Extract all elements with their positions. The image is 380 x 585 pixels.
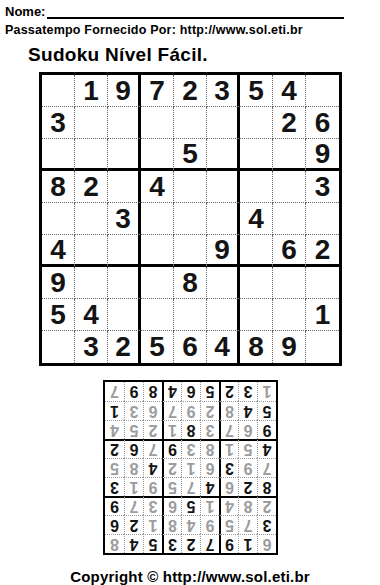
solution-cell-r3c5: 5 [181, 496, 200, 515]
puzzle-cell-r6c5[interactable] [174, 235, 207, 267]
puzzle-cell-r2c2[interactable] [75, 107, 108, 139]
solution-cell-r5c2: 9 [238, 458, 257, 477]
solution-cell-r7c4: 3 [200, 420, 219, 439]
puzzle-cell-r5c7[interactable]: 4 [240, 203, 273, 235]
solution-cell-r8c5: 9 [181, 401, 200, 420]
provided-by-text: Passatempo Fornecido Por: http://www.sol… [5, 23, 375, 37]
puzzle-cell-r1c1[interactable] [42, 75, 75, 107]
puzzle-cell-r3c9[interactable]: 9 [306, 139, 339, 171]
solution-cell-r4c6: 5 [162, 477, 181, 496]
solution-cell-r2c4: 9 [200, 515, 219, 534]
puzzle-cell-r3c6[interactable] [207, 139, 240, 171]
puzzle-cell-r6c1[interactable]: 4 [42, 235, 75, 267]
solution-cell-r1c1: 6 [257, 534, 276, 553]
solution-cell-r9c3: 2 [219, 382, 238, 401]
solution-cell-r4c1: 8 [257, 477, 276, 496]
puzzle-cell-r2c9[interactable]: 6 [306, 107, 339, 139]
solution-cell-r7c9: 4 [105, 420, 124, 439]
puzzle-cell-r8c4[interactable] [141, 299, 174, 331]
puzzle-cell-r6c4[interactable] [141, 235, 174, 267]
solution-cell-r7c1: 9 [257, 420, 276, 439]
puzzle-cell-r5c4[interactable] [141, 203, 174, 235]
solution-cell-r7c3: 7 [219, 420, 238, 439]
puzzle-cell-r4c8[interactable] [273, 171, 306, 203]
solution-cell-r2c5: 4 [181, 515, 200, 534]
puzzle-cell-r1c2[interactable]: 1 [75, 75, 108, 107]
puzzle-cell-r3c1[interactable] [42, 139, 75, 171]
puzzle-grid: 1972354326598243344962985413256489 [39, 72, 342, 366]
solution-cell-r7c2: 6 [238, 420, 257, 439]
puzzle-cell-r9c9[interactable] [306, 331, 339, 363]
puzzle-cell-r1c5[interactable]: 2 [174, 75, 207, 107]
puzzle-cell-r1c8[interactable]: 4 [273, 75, 306, 107]
puzzle-cell-r4c3[interactable] [108, 171, 141, 203]
puzzle-cell-r2c5[interactable] [174, 107, 207, 139]
solution-cell-r8c2: 4 [238, 401, 257, 420]
solution-cell-r2c3: 5 [219, 515, 238, 534]
solution-cell-r9c6: 4 [162, 382, 181, 401]
solution-cell-r9c5: 6 [181, 382, 200, 401]
solution-cell-r9c7: 8 [143, 382, 162, 401]
puzzle-cell-r4c1[interactable]: 8 [42, 171, 75, 203]
puzzle-cell-r6c7[interactable] [240, 235, 273, 267]
solution-cell-r5c9: 5 [105, 458, 124, 477]
puzzle-cell-r8c2[interactable]: 4 [75, 299, 108, 331]
solution-cell-r7c5: 8 [181, 420, 200, 439]
solution-cell-r1c6: 3 [162, 534, 181, 553]
puzzle-cell-r9c2[interactable]: 3 [75, 331, 108, 363]
puzzle-cell-r5c8[interactable] [273, 203, 306, 235]
solution-cell-r1c4: 7 [200, 534, 219, 553]
solution-cell-r3c8: 7 [124, 496, 143, 515]
solution-cell-r5c7: 4 [143, 458, 162, 477]
puzzle-cell-r6c9[interactable]: 2 [306, 235, 339, 267]
puzzle-cell-r1c4[interactable]: 7 [141, 75, 174, 107]
puzzle-cell-r7c4[interactable] [141, 267, 174, 299]
puzzle-cell-r9c1[interactable] [42, 331, 75, 363]
solution-cell-r1c9: 8 [105, 534, 124, 553]
puzzle-cell-r9c7[interactable]: 8 [240, 331, 273, 363]
solution-cell-r7c8: 5 [124, 420, 143, 439]
puzzle-cell-r5c5[interactable] [174, 203, 207, 235]
solution-cell-r9c1: 1 [257, 382, 276, 401]
solution-cell-r5c1: 7 [257, 458, 276, 477]
solution-cell-r8c3: 8 [219, 401, 238, 420]
solution-cell-r9c4: 5 [200, 382, 219, 401]
puzzle-cell-r4c5[interactable] [174, 171, 207, 203]
solution-cell-r1c7: 5 [143, 534, 162, 553]
solution-cell-r1c3: 9 [219, 534, 238, 553]
solution-cell-r2c9: 6 [105, 515, 124, 534]
puzzle-cell-r5c2[interactable] [75, 203, 108, 235]
solution-cell-r9c2: 3 [238, 382, 257, 401]
solution-cell-r4c2: 2 [238, 477, 257, 496]
solution-cell-r8c1: 5 [257, 401, 276, 420]
puzzle-cell-r7c2[interactable] [75, 267, 108, 299]
puzzle-cell-r2c4[interactable] [141, 107, 174, 139]
solution-cell-r4c9: 3 [105, 477, 124, 496]
puzzle-cell-r5c6[interactable] [207, 203, 240, 235]
solution-cell-r8c9: 1 [105, 401, 124, 420]
solution-cell-r8c4: 2 [200, 401, 219, 420]
puzzle-cell-r5c9[interactable] [306, 203, 339, 235]
puzzle-cell-r1c3[interactable]: 9 [108, 75, 141, 107]
puzzle-cell-r4c9[interactable]: 3 [306, 171, 339, 203]
puzzle-cell-r3c7[interactable] [240, 139, 273, 171]
puzzle-cell-r7c8[interactable] [273, 267, 306, 299]
solution-cell-r6c1: 4 [257, 439, 276, 458]
solution-grid: 6197235483759481262841563798264759137936… [103, 380, 278, 555]
puzzle-cell-r3c3[interactable] [108, 139, 141, 171]
solution-cell-r6c6: 9 [162, 439, 181, 458]
solution-cell-r1c8: 4 [124, 534, 143, 553]
puzzle-cell-r8c9[interactable]: 1 [306, 299, 339, 331]
puzzle-cell-r3c2[interactable] [75, 139, 108, 171]
page-title: Sudoku Nível Fácil. [28, 44, 375, 66]
puzzle-cell-r6c8[interactable]: 6 [273, 235, 306, 267]
solution-cell-r6c8: 6 [124, 439, 143, 458]
puzzle-cell-r9c4[interactable]: 5 [141, 331, 174, 363]
solution-cell-r6c9: 2 [105, 439, 124, 458]
name-blank-line [47, 4, 344, 19]
solution-cell-r5c3: 3 [219, 458, 238, 477]
puzzle-cell-r3c4[interactable] [141, 139, 174, 171]
puzzle-cell-r7c7[interactable] [240, 267, 273, 299]
solution-cell-r8c7: 6 [143, 401, 162, 420]
solution-cell-r4c8: 1 [124, 477, 143, 496]
copyright-text: Copyright © http://www.sol.eti.br [0, 568, 380, 585]
puzzle-cell-r6c3[interactable] [108, 235, 141, 267]
solution-cell-r8c6: 7 [162, 401, 181, 420]
puzzle-cell-r4c4[interactable]: 4 [141, 171, 174, 203]
solution-cell-r3c7: 3 [143, 496, 162, 515]
solution-cell-r9c8: 9 [124, 382, 143, 401]
puzzle-cell-r9c8[interactable]: 9 [273, 331, 306, 363]
solution-cell-r1c5: 2 [181, 534, 200, 553]
puzzle-cell-r7c9[interactable] [306, 267, 339, 299]
solution-cell-r6c4: 8 [200, 439, 219, 458]
solution-cell-r4c7: 9 [143, 477, 162, 496]
puzzle-cell-r5c3[interactable]: 3 [108, 203, 141, 235]
puzzle-cell-r4c6[interactable] [207, 171, 240, 203]
name-row: Nome: [5, 4, 375, 19]
solution-cell-r3c1: 2 [257, 496, 276, 515]
solution-cell-r6c2: 5 [238, 439, 257, 458]
puzzle-cell-r8c5[interactable] [174, 299, 207, 331]
solution-cell-r4c5: 7 [181, 477, 200, 496]
puzzle-cell-r8c1[interactable]: 5 [42, 299, 75, 331]
puzzle-cell-r2c6[interactable] [207, 107, 240, 139]
solution-cell-r3c2: 8 [238, 496, 257, 515]
puzzle-cell-r1c7[interactable]: 5 [240, 75, 273, 107]
puzzle-cell-r8c8[interactable] [273, 299, 306, 331]
solution-cell-r2c2: 7 [238, 515, 257, 534]
solution-cell-r6c5: 3 [181, 439, 200, 458]
puzzle-cell-r6c6[interactable]: 9 [207, 235, 240, 267]
solution-cell-r3c6: 6 [162, 496, 181, 515]
puzzle-cell-r4c2[interactable]: 2 [75, 171, 108, 203]
puzzle-cell-r7c1[interactable]: 9 [42, 267, 75, 299]
puzzle-cell-r9c3[interactable]: 2 [108, 331, 141, 363]
puzzle-cell-r2c1[interactable]: 3 [42, 107, 75, 139]
puzzle-cell-r6c2[interactable] [75, 235, 108, 267]
puzzle-cell-r7c3[interactable] [108, 267, 141, 299]
solution-cell-r3c9: 9 [105, 496, 124, 515]
solution-cell-r4c4: 4 [200, 477, 219, 496]
solution-cell-r6c7: 7 [143, 439, 162, 458]
solution-cell-r6c3: 1 [219, 439, 238, 458]
puzzle-cell-r2c7[interactable] [240, 107, 273, 139]
puzzle-cell-r1c9[interactable] [306, 75, 339, 107]
solution-cell-r5c6: 2 [162, 458, 181, 477]
solution-cell-r5c4: 6 [200, 458, 219, 477]
solution-cell-r2c8: 2 [124, 515, 143, 534]
solution-cell-r5c8: 8 [124, 458, 143, 477]
puzzle-cell-r9c5[interactable]: 6 [174, 331, 207, 363]
solution-cell-r4c3: 6 [219, 477, 238, 496]
solution-cell-r1c2: 1 [238, 534, 257, 553]
solution-cell-r3c3: 4 [219, 496, 238, 515]
puzzle-cell-r8c6[interactable] [207, 299, 240, 331]
puzzle-cell-r2c8[interactable]: 2 [273, 107, 306, 139]
solution-cell-r2c7: 1 [143, 515, 162, 534]
solution-cell-r5c5: 1 [181, 458, 200, 477]
solution-cell-r3c4: 1 [200, 496, 219, 515]
solution-cell-r8c8: 3 [124, 401, 143, 420]
solution-cell-r7c6: 1 [162, 420, 181, 439]
solution-cell-r2c1: 3 [257, 515, 276, 534]
puzzle-cell-r2c3[interactable] [108, 107, 141, 139]
puzzle-cell-r5c1[interactable] [42, 203, 75, 235]
puzzle-cell-r3c5[interactable]: 5 [174, 139, 207, 171]
puzzle-cell-r1c6[interactable]: 3 [207, 75, 240, 107]
puzzle-cell-r4c7[interactable] [240, 171, 273, 203]
puzzle-cell-r8c3[interactable] [108, 299, 141, 331]
puzzle-cell-r7c5[interactable]: 8 [174, 267, 207, 299]
solution-cell-r9c9: 7 [105, 382, 124, 401]
name-label: Nome: [5, 4, 45, 19]
solution-cell-r2c6: 8 [162, 515, 181, 534]
puzzle-cell-r3c8[interactable] [273, 139, 306, 171]
puzzle-cell-r9c6[interactable]: 4 [207, 331, 240, 363]
solution-cell-r7c7: 2 [143, 420, 162, 439]
puzzle-cell-r7c6[interactable] [207, 267, 240, 299]
puzzle-cell-r8c7[interactable] [240, 299, 273, 331]
page-header: Nome: Passatempo Fornecido Por: http://w… [0, 0, 380, 66]
